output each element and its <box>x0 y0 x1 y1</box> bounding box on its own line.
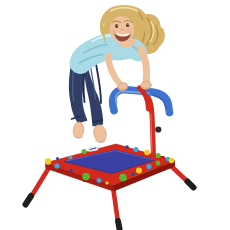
eye-left <box>115 24 118 28</box>
girl-face <box>110 16 135 42</box>
trampoline-scene: Smiling blonde toddler girl in a light b… <box>0 0 230 230</box>
adjustment-knob <box>155 126 161 132</box>
eye-right <box>126 23 129 27</box>
blush-left <box>111 29 116 34</box>
blush-right <box>127 28 132 33</box>
product-photo: Smiling blonde toddler girl in a light b… <box>0 0 230 230</box>
foot-cap-front <box>118 221 120 229</box>
foot-cap-right <box>188 182 194 188</box>
